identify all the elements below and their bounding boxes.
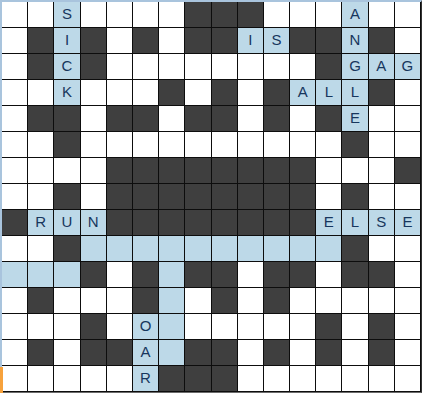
cell-r1c3	[81, 28, 107, 54]
cell-r10c7	[185, 262, 211, 288]
cell-r12c4[interactable]	[107, 314, 133, 340]
cell-r1c8	[212, 28, 238, 54]
cell-r3c6	[159, 80, 185, 106]
cell-r4c12	[316, 106, 342, 132]
cell-r14c2[interactable]	[54, 366, 80, 392]
cell-r13c7	[185, 340, 211, 366]
cell-r3c2[interactable]: K	[54, 80, 80, 106]
letter-a-r0c13: A	[350, 6, 360, 21]
letter-g-r2c15: G	[402, 58, 414, 73]
cell-r10c11	[290, 262, 316, 288]
cell-r11c7[interactable]	[185, 288, 211, 314]
cell-r14c15[interactable]	[395, 366, 421, 392]
cell-r1c5	[133, 28, 159, 54]
cell-r2c2[interactable]: C	[54, 54, 80, 80]
cell-r6c11	[290, 158, 316, 184]
cell-r5c5[interactable]	[133, 132, 159, 158]
cell-r3c12[interactable]: L	[316, 80, 342, 106]
cell-r2c0[interactable]	[2, 54, 28, 80]
cell-r11c11[interactable]	[290, 288, 316, 314]
cell-r2c10[interactable]	[264, 54, 290, 80]
cell-r2c11[interactable]	[290, 54, 316, 80]
cell-r6c13[interactable]	[342, 158, 368, 184]
cell-r7c8	[212, 184, 238, 210]
cell-r1c15[interactable]	[395, 28, 421, 54]
cell-r12c15[interactable]	[395, 314, 421, 340]
cell-r12c3	[81, 314, 107, 340]
cell-r6c1[interactable]	[28, 158, 54, 184]
letter-a-r2c14: A	[376, 58, 386, 73]
cell-r8c14[interactable]: S	[369, 210, 395, 236]
cell-r11c6[interactable]	[159, 288, 185, 314]
cell-r4c5	[133, 106, 159, 132]
cell-r1c6[interactable]	[159, 28, 185, 54]
crossword-board: SAIISNCGAGKALLERUNELSEOAR	[0, 0, 422, 393]
cell-r0c14[interactable]	[369, 2, 395, 28]
cell-r3c3[interactable]	[81, 80, 107, 106]
cell-r11c1	[28, 288, 54, 314]
cell-r5c9[interactable]	[238, 132, 264, 158]
cell-r7c10	[264, 184, 290, 210]
cell-r0c0[interactable]	[2, 2, 28, 28]
cell-r14c14[interactable]	[369, 366, 395, 392]
letter-o-r12c5: O	[140, 318, 152, 333]
cell-r9c12[interactable]	[316, 236, 342, 262]
letter-r-r8c1: R	[35, 214, 46, 229]
cell-r13c12	[316, 340, 342, 366]
cell-r6c3[interactable]	[81, 158, 107, 184]
cell-r9c9[interactable]	[238, 236, 264, 262]
cell-r4c6[interactable]	[159, 106, 185, 132]
cell-r0c15[interactable]	[395, 2, 421, 28]
cell-r11c4[interactable]	[107, 288, 133, 314]
cell-r8c9	[238, 210, 264, 236]
cell-r1c13[interactable]: N	[342, 28, 368, 54]
cell-r1c2[interactable]: I	[54, 28, 80, 54]
cell-r10c12[interactable]	[316, 262, 342, 288]
cell-r8c0	[2, 210, 28, 236]
cell-r10c14	[369, 262, 395, 288]
letter-s-r8c14: S	[376, 214, 386, 229]
cell-r2c5[interactable]	[133, 54, 159, 80]
cell-r2c15[interactable]: G	[395, 54, 421, 80]
cell-r1c14	[369, 28, 395, 54]
cell-r1c11	[290, 28, 316, 54]
cell-r6c8	[212, 158, 238, 184]
cell-r4c1	[28, 106, 54, 132]
cell-r0c4[interactable]	[107, 2, 133, 28]
cell-r13c6[interactable]	[159, 340, 185, 366]
cell-r11c2[interactable]	[54, 288, 80, 314]
cell-r1c0[interactable]	[2, 28, 28, 54]
cell-r0c6[interactable]	[159, 2, 185, 28]
cell-r10c9[interactable]	[238, 262, 264, 288]
cell-r10c10	[264, 262, 290, 288]
cell-r0c8	[212, 2, 238, 28]
cell-r13c14	[369, 340, 395, 366]
cell-r3c11[interactable]: A	[290, 80, 316, 106]
cell-r8c8	[212, 210, 238, 236]
cell-r12c6[interactable]	[159, 314, 185, 340]
cell-r5c7[interactable]	[185, 132, 211, 158]
cell-r2c7[interactable]	[185, 54, 211, 80]
cell-r0c13[interactable]: A	[342, 2, 368, 28]
cell-r7c13	[342, 184, 368, 210]
letter-l-r3c13: L	[351, 84, 359, 99]
cell-r9c13	[342, 236, 368, 262]
cell-r11c15[interactable]	[395, 288, 421, 314]
cell-r4c10	[264, 106, 290, 132]
cell-r14c1[interactable]	[28, 366, 54, 392]
letter-c-r2c2: C	[62, 58, 73, 73]
cell-r1c12	[316, 28, 342, 54]
cell-r7c7	[185, 184, 211, 210]
cell-r7c1[interactable]	[28, 184, 54, 210]
cell-r6c10	[264, 158, 290, 184]
cell-r8c2[interactable]: U	[54, 210, 80, 236]
cell-r3c0[interactable]	[2, 80, 28, 106]
crossword-screenshot: SAIISNCGAGKALLERUNELSEOAR	[0, 0, 422, 393]
cell-r1c10[interactable]: S	[264, 28, 290, 54]
cell-r7c2	[54, 184, 80, 210]
cell-r2c6[interactable]	[159, 54, 185, 80]
orange-corner-marker	[0, 367, 3, 393]
cell-r1c4[interactable]	[107, 28, 133, 54]
cell-r9c10[interactable]	[264, 236, 290, 262]
cell-r7c4	[107, 184, 133, 210]
cell-r13c10	[264, 340, 290, 366]
cell-r8c3[interactable]: N	[81, 210, 107, 236]
cell-r4c8	[212, 106, 238, 132]
cell-r7c6	[159, 184, 185, 210]
cell-r6c15	[395, 158, 421, 184]
letter-g-r2c13: G	[349, 58, 361, 73]
cell-r12c11[interactable]	[290, 314, 316, 340]
cell-r2c14[interactable]: A	[369, 54, 395, 80]
cell-r8c15[interactable]: E	[395, 210, 421, 236]
cell-r2c1	[28, 54, 54, 80]
cell-r3c7[interactable]	[185, 80, 211, 106]
cell-r11c5	[133, 288, 159, 314]
cell-r9c15[interactable]	[395, 236, 421, 262]
cell-r12c13[interactable]	[342, 314, 368, 340]
cell-r14c9[interactable]	[238, 366, 264, 392]
cell-r3c9[interactable]	[238, 80, 264, 106]
cell-r7c3[interactable]	[81, 184, 107, 210]
cell-r8c5	[133, 210, 159, 236]
cell-r9c7[interactable]	[185, 236, 211, 262]
cell-r9c8[interactable]	[212, 236, 238, 262]
cell-r13c8	[212, 340, 238, 366]
cell-r5c8[interactable]	[212, 132, 238, 158]
cell-r7c9	[238, 184, 264, 210]
cell-r4c2	[54, 106, 80, 132]
cell-r5c10[interactable]	[264, 132, 290, 158]
cell-r7c15[interactable]	[395, 184, 421, 210]
cell-r3c1[interactable]	[28, 80, 54, 106]
cell-r12c7[interactable]	[185, 314, 211, 340]
letter-r-r14c5: R	[140, 370, 151, 385]
cell-r2c12	[316, 54, 342, 80]
cell-r6c4	[107, 158, 133, 184]
cell-r5c4[interactable]	[107, 132, 133, 158]
cell-r8c12[interactable]: E	[316, 210, 342, 236]
cell-r7c11	[290, 184, 316, 210]
letter-a-r13c5: A	[141, 344, 151, 359]
cell-r14c0[interactable]	[2, 366, 28, 392]
cell-r10c3	[81, 262, 107, 288]
cell-r11c13[interactable]	[342, 288, 368, 314]
cell-r4c3[interactable]	[81, 106, 107, 132]
cell-r11c8	[212, 288, 238, 314]
letter-e-r8c12: E	[324, 214, 334, 229]
cell-r14c5[interactable]: R	[133, 366, 159, 392]
cell-r12c10[interactable]	[264, 314, 290, 340]
cell-r8c4	[107, 210, 133, 236]
cell-r3c13[interactable]: L	[342, 80, 368, 106]
cell-r11c12[interactable]	[316, 288, 342, 314]
cell-r13c3	[81, 340, 107, 366]
cell-r7c12[interactable]	[316, 184, 342, 210]
cell-r4c4	[107, 106, 133, 132]
cell-r5c12[interactable]	[316, 132, 342, 158]
cell-r5c0[interactable]	[2, 132, 28, 158]
cell-r0c3[interactable]	[81, 2, 107, 28]
cell-r8c11	[290, 210, 316, 236]
cell-r8c13[interactable]: L	[342, 210, 368, 236]
cell-r13c1	[28, 340, 54, 366]
cell-r12c9[interactable]	[238, 314, 264, 340]
cell-r2c3	[81, 54, 107, 80]
cell-r5c2	[54, 132, 80, 158]
cell-r9c5[interactable]	[133, 236, 159, 262]
cell-r13c4	[107, 340, 133, 366]
cell-r0c11[interactable]	[290, 2, 316, 28]
cell-r5c6[interactable]	[159, 132, 185, 158]
cell-r4c9[interactable]	[238, 106, 264, 132]
cell-r3c14	[369, 80, 395, 106]
cell-r10c2[interactable]	[54, 262, 80, 288]
cell-r13c13[interactable]	[342, 340, 368, 366]
cell-r4c11[interactable]	[290, 106, 316, 132]
cell-r5c11[interactable]	[290, 132, 316, 158]
cell-r12c2[interactable]	[54, 314, 80, 340]
letter-i-r1c9: I	[248, 32, 252, 47]
cell-r4c13[interactable]: E	[342, 106, 368, 132]
cell-r14c10[interactable]	[264, 366, 290, 392]
cell-r13c11[interactable]	[290, 340, 316, 366]
cell-r7c0[interactable]	[2, 184, 28, 210]
cell-r13c15[interactable]	[395, 340, 421, 366]
cell-r13c2[interactable]	[54, 340, 80, 366]
cell-r10c13	[342, 262, 368, 288]
letter-s-r0c2: S	[62, 6, 72, 21]
cell-r10c0[interactable]	[2, 262, 28, 288]
cell-r11c0[interactable]	[2, 288, 28, 314]
cell-r9c4[interactable]	[107, 236, 133, 262]
letter-l-r3c12: L	[325, 84, 333, 99]
cell-r10c4[interactable]	[107, 262, 133, 288]
cell-r14c3[interactable]	[81, 366, 107, 392]
cell-r11c9[interactable]	[238, 288, 264, 314]
cell-r8c6	[159, 210, 185, 236]
cell-r7c5	[133, 184, 159, 210]
cell-r12c14	[369, 314, 395, 340]
letter-s-r1c10: S	[271, 32, 281, 47]
letter-a-r3c11: A	[298, 84, 308, 99]
letter-e-r4c13: E	[350, 110, 360, 125]
cell-r9c1[interactable]	[28, 236, 54, 262]
cell-r14c11[interactable]	[290, 366, 316, 392]
cell-r10c15[interactable]	[395, 262, 421, 288]
cell-r11c10	[264, 288, 290, 314]
cell-r14c8	[212, 366, 238, 392]
letter-n-r8c3: N	[88, 214, 99, 229]
cell-r14c13[interactable]	[342, 366, 368, 392]
cell-r0c7	[185, 2, 211, 28]
cell-r4c0[interactable]	[2, 106, 28, 132]
cell-r0c2[interactable]: S	[54, 2, 80, 28]
cell-r8c1[interactable]: R	[28, 210, 54, 236]
cell-r6c9	[238, 158, 264, 184]
cell-r12c5[interactable]: O	[133, 314, 159, 340]
cell-r0c1[interactable]	[28, 2, 54, 28]
cell-r6c5	[133, 158, 159, 184]
cell-r9c11[interactable]	[290, 236, 316, 262]
cell-r8c10	[264, 210, 290, 236]
cell-r3c8	[212, 80, 238, 106]
cell-r4c14[interactable]	[369, 106, 395, 132]
cell-r13c9[interactable]	[238, 340, 264, 366]
letter-e-r8c15: E	[402, 214, 412, 229]
cell-r12c0[interactable]	[2, 314, 28, 340]
cell-r8c7	[185, 210, 211, 236]
cell-r12c1[interactable]	[28, 314, 54, 340]
cell-r3c4[interactable]	[107, 80, 133, 106]
cell-r13c0[interactable]	[2, 340, 28, 366]
cell-r5c3[interactable]	[81, 132, 107, 158]
letter-k-r3c2: K	[62, 84, 72, 99]
cell-r6c2[interactable]	[54, 158, 80, 184]
cell-r12c8[interactable]	[212, 314, 238, 340]
cell-r9c0[interactable]	[2, 236, 28, 262]
cell-r1c7	[185, 28, 211, 54]
cell-r10c8	[212, 262, 238, 288]
cell-r3c15[interactable]	[395, 80, 421, 106]
cell-r10c1[interactable]	[28, 262, 54, 288]
cell-r2c13[interactable]: G	[342, 54, 368, 80]
cell-r1c1	[28, 28, 54, 54]
cell-r11c14[interactable]	[369, 288, 395, 314]
letter-i-r1c2: I	[65, 32, 69, 47]
cell-r4c7	[185, 106, 211, 132]
cell-r7c14[interactable]	[369, 184, 395, 210]
cell-r6c7	[185, 158, 211, 184]
cell-r10c6[interactable]	[159, 262, 185, 288]
cell-r5c15[interactable]	[395, 132, 421, 158]
cell-r14c7	[185, 366, 211, 392]
cell-r9c2	[54, 236, 80, 262]
cell-r9c3[interactable]	[81, 236, 107, 262]
cell-r1c9[interactable]: I	[238, 28, 264, 54]
cell-r6c0[interactable]	[2, 158, 28, 184]
cell-r5c13	[342, 132, 368, 158]
cell-r6c14[interactable]	[369, 158, 395, 184]
letter-u-r8c2: U	[62, 214, 73, 229]
cell-r10c5	[133, 262, 159, 288]
cell-r2c4[interactable]	[107, 54, 133, 80]
cell-r0c9	[238, 2, 264, 28]
cell-r0c10[interactable]	[264, 2, 290, 28]
cell-r4c15[interactable]	[395, 106, 421, 132]
letter-n-r1c13: N	[350, 32, 361, 47]
cell-r11c3[interactable]	[81, 288, 107, 314]
cell-r9c6[interactable]	[159, 236, 185, 262]
cell-r13c5[interactable]: A	[133, 340, 159, 366]
cell-r6c12[interactable]	[316, 158, 342, 184]
cell-r3c5[interactable]	[133, 80, 159, 106]
cell-r14c6	[159, 366, 185, 392]
cell-r9c14[interactable]	[369, 236, 395, 262]
cell-r2c8[interactable]	[212, 54, 238, 80]
letter-l-r8c13: L	[351, 214, 359, 229]
cell-r6c6	[159, 158, 185, 184]
cell-r3c10	[264, 80, 290, 106]
cell-r5c14[interactable]	[369, 132, 395, 158]
cell-r5c1[interactable]	[28, 132, 54, 158]
cell-r14c4[interactable]	[107, 366, 133, 392]
cell-r0c12[interactable]	[316, 2, 342, 28]
cell-r14c12[interactable]	[316, 366, 342, 392]
cell-r12c12	[316, 314, 342, 340]
cell-r0c5[interactable]	[133, 2, 159, 28]
cell-r2c9[interactable]	[238, 54, 264, 80]
